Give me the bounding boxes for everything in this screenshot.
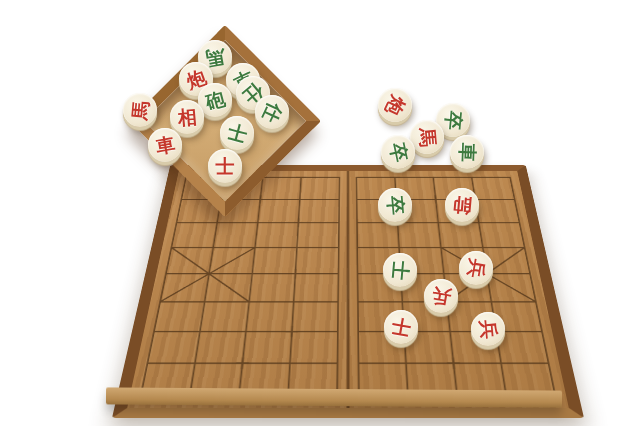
piece-character: 炮 — [382, 92, 407, 117]
piece-character: 馬 — [204, 46, 226, 68]
piece-character: 士 — [216, 157, 235, 176]
piece-character: 士 — [225, 121, 248, 144]
xiangqi-piece-馬-red[interactable]: 馬 — [123, 93, 157, 127]
xiangqi-piece-馬-red[interactable]: 馬 — [410, 120, 444, 154]
xiangqi-piece-士-green[interactable]: 士 — [220, 116, 254, 150]
piece-character: 兵 — [465, 257, 487, 279]
piece-character: 帥 — [452, 195, 473, 216]
piece-character: 馬 — [130, 100, 151, 121]
xiangqi-piece-炮-red[interactable]: 炮 — [378, 88, 412, 122]
xiangqi-piece-仕-green[interactable]: 仕 — [255, 95, 289, 129]
pieces-layer: 馬炮車仕砲馬仕相士車士炮卒馬卒車卒帥士兵兵士兵 — [0, 0, 640, 426]
xiangqi-piece-卒-green[interactable]: 卒 — [378, 188, 412, 222]
piece-character: 士 — [390, 260, 411, 281]
piece-character: 車 — [154, 134, 176, 156]
piece-character: 仕 — [259, 99, 284, 124]
xiangqi-piece-兵-red[interactable]: 兵 — [424, 279, 458, 313]
piece-character: 卒 — [387, 141, 410, 164]
xiangqi-piece-士-green[interactable]: 士 — [383, 253, 417, 287]
piece-character: 馬 — [417, 127, 438, 148]
piece-character: 士 — [390, 316, 412, 338]
xiangqi-piece-士-red[interactable]: 士 — [208, 149, 242, 183]
xiangqi-set-photo: 馬炮車仕砲馬仕相士車士炮卒馬卒車卒帥士兵兵士兵 — [0, 0, 640, 426]
xiangqi-piece-士-red[interactable]: 士 — [384, 310, 418, 344]
xiangqi-piece-帥-red[interactable]: 帥 — [445, 188, 479, 222]
xiangqi-piece-相-red[interactable]: 相 — [170, 100, 204, 134]
xiangqi-piece-兵-red[interactable]: 兵 — [459, 251, 493, 285]
xiangqi-piece-車-green[interactable]: 車 — [450, 135, 484, 169]
piece-character: 相 — [177, 107, 198, 128]
piece-character: 卒 — [443, 110, 464, 131]
piece-character: 車 — [457, 142, 477, 162]
piece-character: 砲 — [203, 88, 226, 111]
piece-character: 卒 — [385, 195, 406, 216]
xiangqi-piece-兵-red[interactable]: 兵 — [471, 312, 505, 346]
xiangqi-piece-卒-green[interactable]: 卒 — [381, 135, 415, 169]
piece-character: 兵 — [478, 319, 499, 340]
piece-character: 兵 — [430, 285, 452, 307]
xiangqi-piece-車-red[interactable]: 車 — [148, 128, 182, 162]
